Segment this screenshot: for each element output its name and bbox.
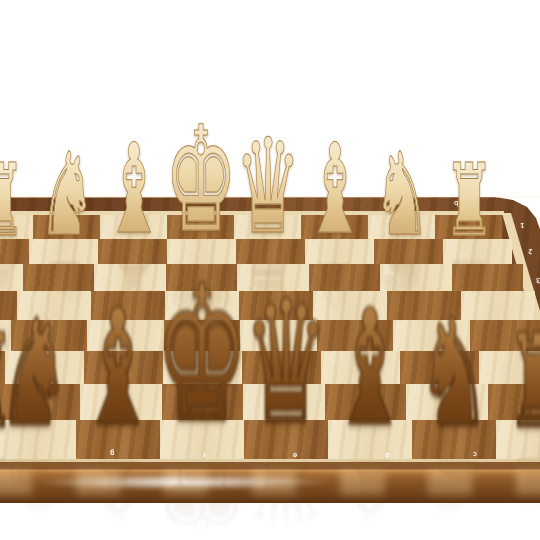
reflection-black-knight-b8: ♞ bbox=[417, 447, 491, 530]
reflection-black-rook-a8: ♜ bbox=[505, 447, 540, 520]
reflection-black-queen-d8: ♛ bbox=[243, 448, 328, 540]
black-rook-a8: ♜ bbox=[505, 318, 540, 447]
black-rook-h8: ♜ bbox=[0, 318, 17, 447]
white-knight-g1: ♞ bbox=[38, 138, 96, 253]
black-bishop-c8: ♝ bbox=[330, 288, 411, 447]
chess-set-photo: b123gfedc ♜♜♞♞♝♝♛♛♚♚♝♝♞♞♜♜♜♜♞♞♝♝♛♛♚♚♝♝♞♞… bbox=[0, 0, 540, 540]
black-queen-d8: ♛ bbox=[243, 279, 328, 448]
white-bishop-f1: ♝ bbox=[102, 128, 165, 252]
black-bishop-f8: ♝ bbox=[78, 288, 159, 447]
white-queen-d1: ♛ bbox=[234, 121, 300, 252]
white-knight-b1: ♞ bbox=[373, 138, 431, 253]
black-king-e8: ♚ bbox=[155, 261, 250, 448]
coordinate-label-1: 1 bbox=[520, 221, 524, 229]
white-rook-h1: ♜ bbox=[0, 151, 25, 251]
reflection-black-bishop-f8: ♝ bbox=[78, 448, 159, 538]
coordinate-label-2: 2 bbox=[528, 247, 532, 255]
coordinate-label-3: 3 bbox=[536, 276, 540, 284]
white-king-e1: ♚ bbox=[164, 108, 238, 254]
reflection-black-bishop-c8: ♝ bbox=[330, 448, 411, 538]
black-knight-b8: ♞ bbox=[417, 300, 491, 447]
white-bishop-c1: ♝ bbox=[303, 128, 366, 252]
white-rook-a1: ♜ bbox=[443, 151, 494, 251]
